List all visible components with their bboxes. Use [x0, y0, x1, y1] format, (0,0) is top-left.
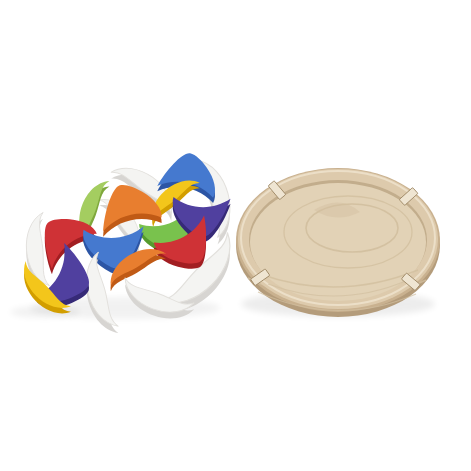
- puzzle-tray: [236, 168, 440, 317]
- puzzle-and-tray-canvas: [0, 0, 471, 471]
- product-photo: [0, 0, 471, 471]
